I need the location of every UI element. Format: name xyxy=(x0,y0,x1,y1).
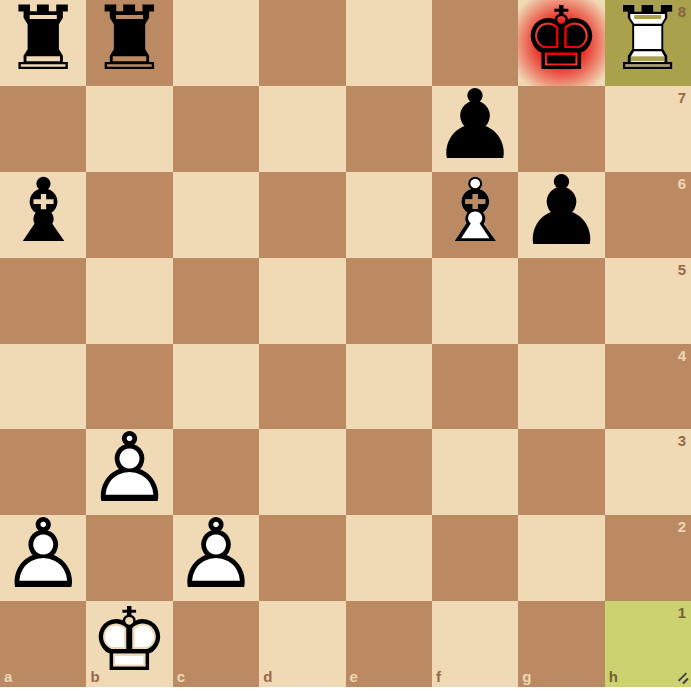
coord-rank-4: 4 xyxy=(678,348,686,363)
square-a5[interactable] xyxy=(0,258,86,344)
black-king[interactable]: ♚ xyxy=(518,0,604,86)
coord-rank-7: 7 xyxy=(678,90,686,105)
square-f6[interactable]: ♝♗ xyxy=(432,172,518,258)
square-f1[interactable]: f xyxy=(432,601,518,687)
square-d7[interactable] xyxy=(259,86,345,172)
square-b7[interactable] xyxy=(86,86,172,172)
white-pawn-outline: ♙ xyxy=(0,506,86,602)
coord-rank-5: 5 xyxy=(678,262,686,277)
square-d6[interactable] xyxy=(259,172,345,258)
coord-rank-2: 2 xyxy=(678,519,686,534)
square-a6[interactable]: ♝ xyxy=(0,172,86,258)
white-king[interactable]: ♚♔ xyxy=(86,601,172,687)
coord-file-d: d xyxy=(263,669,272,684)
coord-file-a: a xyxy=(4,669,12,684)
coord-rank-6: 6 xyxy=(678,176,686,191)
square-d1[interactable]: d xyxy=(259,601,345,687)
square-c1[interactable]: c xyxy=(173,601,259,687)
coord-file-h: h xyxy=(609,669,618,684)
square-h6[interactable]: 6 xyxy=(605,172,691,258)
white-pawn[interactable]: ♟♙ xyxy=(86,429,172,515)
square-b1[interactable]: b♚♔ xyxy=(86,601,172,687)
coord-rank-3: 3 xyxy=(678,433,686,448)
square-e2[interactable] xyxy=(346,515,432,601)
black-bishop[interactable]: ♝ xyxy=(0,172,86,258)
coord-rank-1: 1 xyxy=(678,605,686,620)
square-e3[interactable] xyxy=(346,429,432,515)
square-g8[interactable]: ♚ xyxy=(518,0,604,86)
square-a8[interactable]: ♜ xyxy=(0,0,86,86)
square-b8[interactable]: ♜ xyxy=(86,0,172,86)
square-h4[interactable]: 4 xyxy=(605,344,691,430)
square-c6[interactable] xyxy=(173,172,259,258)
black-rook[interactable]: ♜ xyxy=(86,0,172,86)
square-g3[interactable] xyxy=(518,429,604,515)
black-rook[interactable]: ♜ xyxy=(0,0,86,86)
square-h8[interactable]: 8♜♖ xyxy=(605,0,691,86)
square-h5[interactable]: 5 xyxy=(605,258,691,344)
white-pawn-outline: ♙ xyxy=(87,420,173,516)
square-c4[interactable] xyxy=(173,344,259,430)
white-bishop[interactable]: ♝♗ xyxy=(432,172,518,258)
white-rook-outline: ♖ xyxy=(608,0,687,83)
square-g2[interactable] xyxy=(518,515,604,601)
square-d2[interactable] xyxy=(259,515,345,601)
square-e5[interactable] xyxy=(346,258,432,344)
coord-file-f: f xyxy=(436,669,441,684)
square-e4[interactable] xyxy=(346,344,432,430)
chess-board: ♜♜♚8♜♖♟7♝♝♗♟654♟♙3♟♙♟♙2ab♚♔cdefg1h xyxy=(0,0,691,687)
square-f2[interactable] xyxy=(432,515,518,601)
white-pawn-outline: ♙ xyxy=(173,506,259,602)
white-pawn[interactable]: ♟♙ xyxy=(173,515,259,601)
black-bishop-glyph: ♝ xyxy=(4,167,83,255)
white-rook[interactable]: ♜♖ xyxy=(605,0,691,86)
square-f5[interactable] xyxy=(432,258,518,344)
square-d5[interactable] xyxy=(259,258,345,344)
board-resize-handle-icon[interactable] xyxy=(675,671,689,685)
square-h2[interactable]: 2 xyxy=(605,515,691,601)
coord-file-c: c xyxy=(177,669,185,684)
black-king-glyph: ♚ xyxy=(522,0,601,83)
black-pawn[interactable]: ♟ xyxy=(518,172,604,258)
square-b6[interactable] xyxy=(86,172,172,258)
square-c5[interactable] xyxy=(173,258,259,344)
square-a2[interactable]: ♟♙ xyxy=(0,515,86,601)
white-pawn[interactable]: ♟♙ xyxy=(0,515,86,601)
square-g4[interactable] xyxy=(518,344,604,430)
white-bishop-outline: ♗ xyxy=(436,167,515,255)
square-h7[interactable]: 7 xyxy=(605,86,691,172)
square-h1[interactable]: 1h xyxy=(605,601,691,687)
square-e1[interactable]: e xyxy=(346,601,432,687)
square-d8[interactable] xyxy=(259,0,345,86)
square-c2[interactable]: ♟♙ xyxy=(173,515,259,601)
square-h3[interactable]: 3 xyxy=(605,429,691,515)
square-c8[interactable] xyxy=(173,0,259,86)
square-e8[interactable] xyxy=(346,0,432,86)
black-rook-glyph: ♜ xyxy=(90,0,169,83)
square-b3[interactable]: ♟♙ xyxy=(86,429,172,515)
square-g6[interactable]: ♟ xyxy=(518,172,604,258)
square-e7[interactable] xyxy=(346,86,432,172)
coord-file-g: g xyxy=(522,669,531,684)
square-e6[interactable] xyxy=(346,172,432,258)
square-c7[interactable] xyxy=(173,86,259,172)
square-a4[interactable] xyxy=(0,344,86,430)
square-d4[interactable] xyxy=(259,344,345,430)
square-f4[interactable] xyxy=(432,344,518,430)
square-b5[interactable] xyxy=(86,258,172,344)
black-rook-glyph: ♜ xyxy=(4,0,83,83)
coord-file-e: e xyxy=(350,669,358,684)
square-g1[interactable]: g xyxy=(518,601,604,687)
white-king-outline: ♔ xyxy=(90,597,169,685)
square-f3[interactable] xyxy=(432,429,518,515)
black-pawn-glyph: ♟ xyxy=(518,163,604,259)
square-d3[interactable] xyxy=(259,429,345,515)
square-g5[interactable] xyxy=(518,258,604,344)
square-a1[interactable]: a xyxy=(0,601,86,687)
